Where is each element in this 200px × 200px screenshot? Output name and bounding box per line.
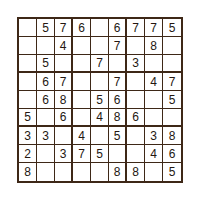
cell-r1c9[interactable]: 5 xyxy=(163,19,181,37)
cell-r7c9[interactable]: 8 xyxy=(163,127,181,145)
cell-r4c5[interactable] xyxy=(91,73,109,91)
cell-r2c5[interactable] xyxy=(91,37,109,55)
cell-r6c1[interactable]: 5 xyxy=(19,109,37,127)
cell-r8c8[interactable]: 4 xyxy=(145,145,163,163)
cell-r2c6[interactable]: 7 xyxy=(109,37,127,55)
cell-r2c8[interactable]: 8 xyxy=(145,37,163,55)
cell-r9c3[interactable] xyxy=(55,163,73,181)
cell-r4c6[interactable]: 7 xyxy=(109,73,127,91)
cell-r8c6[interactable] xyxy=(109,145,127,163)
cell-r9c9[interactable]: 5 xyxy=(163,163,181,181)
cell-r8c7[interactable] xyxy=(127,145,145,163)
cell-r2c1[interactable] xyxy=(19,37,37,55)
cell-r3c7[interactable]: 3 xyxy=(127,55,145,73)
cell-r1c2[interactable]: 5 xyxy=(37,19,55,37)
cell-r6c5[interactable]: 4 xyxy=(91,109,109,127)
cell-r9c5[interactable] xyxy=(91,163,109,181)
cell-r9c7[interactable]: 8 xyxy=(127,163,145,181)
cell-r3c6[interactable] xyxy=(109,55,127,73)
cell-r4c2[interactable]: 6 xyxy=(37,73,55,91)
cell-r6c2[interactable] xyxy=(37,109,55,127)
cell-r7c5[interactable] xyxy=(91,127,109,145)
cell-r5c6[interactable]: 6 xyxy=(109,91,127,109)
cell-r3c8[interactable] xyxy=(145,55,163,73)
cell-r4c7[interactable] xyxy=(127,73,145,91)
cell-r1c6[interactable]: 6 xyxy=(109,19,127,37)
cell-r5c3[interactable]: 8 xyxy=(55,91,73,109)
cell-r4c9[interactable]: 7 xyxy=(163,73,181,91)
cell-r7c8[interactable]: 3 xyxy=(145,127,163,145)
cell-r5c8[interactable] xyxy=(145,91,163,109)
sudoku-board: 5766775478573677476856556486334538237546… xyxy=(17,17,183,183)
cell-r5c1[interactable] xyxy=(19,91,37,109)
cell-r1c5[interactable] xyxy=(91,19,109,37)
cell-r8c9[interactable]: 6 xyxy=(163,145,181,163)
cell-r8c1[interactable]: 2 xyxy=(19,145,37,163)
cell-r9c6[interactable]: 8 xyxy=(109,163,127,181)
cell-r4c8[interactable]: 4 xyxy=(145,73,163,91)
cell-r1c1[interactable] xyxy=(19,19,37,37)
cell-r5c4[interactable] xyxy=(73,91,91,109)
cell-r7c4[interactable]: 4 xyxy=(73,127,91,145)
cell-r2c3[interactable]: 4 xyxy=(55,37,73,55)
cell-r9c4[interactable] xyxy=(73,163,91,181)
cell-r1c8[interactable]: 7 xyxy=(145,19,163,37)
cell-r4c3[interactable]: 7 xyxy=(55,73,73,91)
cell-r9c2[interactable] xyxy=(37,163,55,181)
cell-r7c1[interactable]: 3 xyxy=(19,127,37,145)
cell-r2c9[interactable] xyxy=(163,37,181,55)
cell-r5c9[interactable]: 5 xyxy=(163,91,181,109)
cell-r3c5[interactable]: 7 xyxy=(91,55,109,73)
cell-r4c1[interactable] xyxy=(19,73,37,91)
cell-r1c7[interactable]: 7 xyxy=(127,19,145,37)
cell-r6c7[interactable]: 6 xyxy=(127,109,145,127)
cell-r8c4[interactable]: 7 xyxy=(73,145,91,163)
cell-r3c4[interactable] xyxy=(73,55,91,73)
cell-r7c2[interactable]: 3 xyxy=(37,127,55,145)
cell-r5c2[interactable]: 6 xyxy=(37,91,55,109)
cell-r2c7[interactable] xyxy=(127,37,145,55)
cell-r6c6[interactable]: 8 xyxy=(109,109,127,127)
cell-r8c3[interactable]: 3 xyxy=(55,145,73,163)
cell-r7c3[interactable] xyxy=(55,127,73,145)
cell-r3c9[interactable] xyxy=(163,55,181,73)
cell-r6c9[interactable] xyxy=(163,109,181,127)
cell-r3c3[interactable] xyxy=(55,55,73,73)
cell-r5c7[interactable] xyxy=(127,91,145,109)
cell-r5c5[interactable]: 5 xyxy=(91,91,109,109)
cell-r6c3[interactable]: 6 xyxy=(55,109,73,127)
cell-r3c1[interactable] xyxy=(19,55,37,73)
cell-r1c4[interactable]: 6 xyxy=(73,19,91,37)
cell-r2c2[interactable] xyxy=(37,37,55,55)
cell-r8c2[interactable] xyxy=(37,145,55,163)
cell-r9c1[interactable]: 8 xyxy=(19,163,37,181)
cell-r9c8[interactable] xyxy=(145,163,163,181)
cell-r4c4[interactable] xyxy=(73,73,91,91)
cell-r1c3[interactable]: 7 xyxy=(55,19,73,37)
cell-r7c7[interactable] xyxy=(127,127,145,145)
cell-r7c6[interactable]: 5 xyxy=(109,127,127,145)
cell-r3c2[interactable]: 5 xyxy=(37,55,55,73)
cell-r6c4[interactable] xyxy=(73,109,91,127)
page: 5766775478573677476856556486334538237546… xyxy=(0,0,200,200)
cell-r2c4[interactable] xyxy=(73,37,91,55)
cell-r6c8[interactable] xyxy=(145,109,163,127)
cell-r8c5[interactable]: 5 xyxy=(91,145,109,163)
